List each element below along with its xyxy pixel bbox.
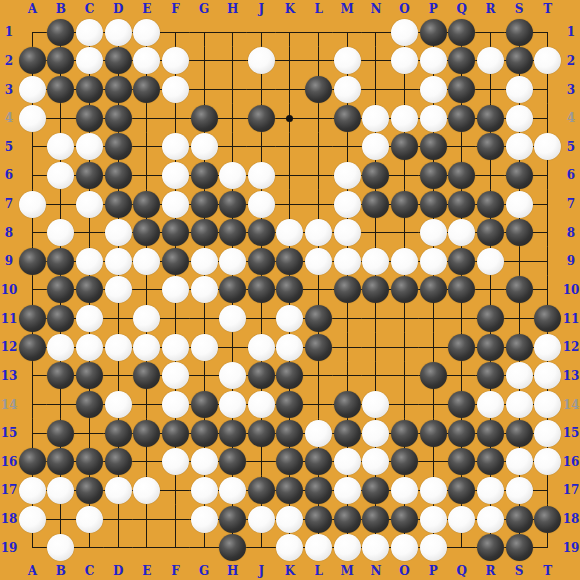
intersection-N8[interactable] <box>362 218 391 247</box>
intersection-A17[interactable] <box>18 476 47 505</box>
intersection-H9[interactable] <box>218 247 247 276</box>
intersection-F13[interactable] <box>161 362 190 391</box>
intersection-L13[interactable] <box>304 362 333 391</box>
intersection-S10[interactable] <box>505 276 534 305</box>
intersection-P1[interactable] <box>419 18 448 47</box>
intersection-E18[interactable] <box>133 505 162 534</box>
intersection-P9[interactable] <box>419 247 448 276</box>
intersection-O1[interactable] <box>390 18 419 47</box>
intersection-S1[interactable] <box>505 18 534 47</box>
intersection-C17[interactable] <box>75 476 104 505</box>
intersection-D4[interactable] <box>104 104 133 133</box>
intersection-D5[interactable] <box>104 133 133 162</box>
intersection-G15[interactable] <box>190 419 219 448</box>
intersection-A3[interactable] <box>18 75 47 104</box>
intersection-Q4[interactable] <box>447 104 476 133</box>
intersection-T10[interactable] <box>533 276 562 305</box>
intersection-M16[interactable] <box>333 447 362 476</box>
intersection-J10[interactable] <box>247 276 276 305</box>
intersection-R9[interactable] <box>476 247 505 276</box>
intersection-R5[interactable] <box>476 133 505 162</box>
intersection-B17[interactable] <box>47 476 76 505</box>
intersection-O13[interactable] <box>390 362 419 391</box>
intersection-E12[interactable] <box>133 333 162 362</box>
intersection-S19[interactable] <box>505 533 534 562</box>
intersection-K13[interactable] <box>276 362 305 391</box>
intersection-T2[interactable] <box>533 47 562 76</box>
intersection-G18[interactable] <box>190 505 219 534</box>
intersection-D3[interactable] <box>104 75 133 104</box>
intersection-A10[interactable] <box>18 276 47 305</box>
intersection-K9[interactable] <box>276 247 305 276</box>
intersection-L19[interactable] <box>304 533 333 562</box>
intersection-M8[interactable] <box>333 218 362 247</box>
intersection-S9[interactable] <box>505 247 534 276</box>
intersection-T6[interactable] <box>533 161 562 190</box>
intersection-C9[interactable] <box>75 247 104 276</box>
intersection-L6[interactable] <box>304 161 333 190</box>
intersection-G8[interactable] <box>190 218 219 247</box>
intersection-O8[interactable] <box>390 218 419 247</box>
intersection-T16[interactable] <box>533 447 562 476</box>
intersection-S2[interactable] <box>505 47 534 76</box>
intersection-P14[interactable] <box>419 390 448 419</box>
intersection-E6[interactable] <box>133 161 162 190</box>
intersection-H14[interactable] <box>218 390 247 419</box>
intersection-R17[interactable] <box>476 476 505 505</box>
intersection-J15[interactable] <box>247 419 276 448</box>
intersection-F8[interactable] <box>161 218 190 247</box>
intersection-F18[interactable] <box>161 505 190 534</box>
intersection-N11[interactable] <box>362 304 391 333</box>
intersection-O17[interactable] <box>390 476 419 505</box>
intersection-D19[interactable] <box>104 533 133 562</box>
intersection-T12[interactable] <box>533 333 562 362</box>
intersection-J11[interactable] <box>247 304 276 333</box>
intersection-D6[interactable] <box>104 161 133 190</box>
intersection-F5[interactable] <box>161 133 190 162</box>
intersection-B18[interactable] <box>47 505 76 534</box>
intersection-L10[interactable] <box>304 276 333 305</box>
intersection-O14[interactable] <box>390 390 419 419</box>
intersection-E5[interactable] <box>133 133 162 162</box>
intersection-K14[interactable] <box>276 390 305 419</box>
intersection-J7[interactable] <box>247 190 276 219</box>
intersection-C8[interactable] <box>75 218 104 247</box>
intersection-B11[interactable] <box>47 304 76 333</box>
intersection-M14[interactable] <box>333 390 362 419</box>
intersection-R14[interactable] <box>476 390 505 419</box>
intersection-L9[interactable] <box>304 247 333 276</box>
intersection-C13[interactable] <box>75 362 104 391</box>
intersection-F3[interactable] <box>161 75 190 104</box>
intersection-D15[interactable] <box>104 419 133 448</box>
intersection-S7[interactable] <box>505 190 534 219</box>
intersection-E16[interactable] <box>133 447 162 476</box>
intersection-O18[interactable] <box>390 505 419 534</box>
intersection-K5[interactable] <box>276 133 305 162</box>
intersection-E10[interactable] <box>133 276 162 305</box>
intersection-O10[interactable] <box>390 276 419 305</box>
intersection-B4[interactable] <box>47 104 76 133</box>
intersection-K8[interactable] <box>276 218 305 247</box>
intersection-G17[interactable] <box>190 476 219 505</box>
intersection-H2[interactable] <box>218 47 247 76</box>
intersection-R12[interactable] <box>476 333 505 362</box>
intersection-J9[interactable] <box>247 247 276 276</box>
intersection-A11[interactable] <box>18 304 47 333</box>
intersection-J3[interactable] <box>247 75 276 104</box>
intersection-E3[interactable] <box>133 75 162 104</box>
intersection-G14[interactable] <box>190 390 219 419</box>
intersection-Q17[interactable] <box>447 476 476 505</box>
intersection-M6[interactable] <box>333 161 362 190</box>
intersection-A19[interactable] <box>18 533 47 562</box>
intersection-S16[interactable] <box>505 447 534 476</box>
intersection-G16[interactable] <box>190 447 219 476</box>
intersection-O7[interactable] <box>390 190 419 219</box>
intersection-R3[interactable] <box>476 75 505 104</box>
intersection-R8[interactable] <box>476 218 505 247</box>
intersection-J6[interactable] <box>247 161 276 190</box>
intersection-T18[interactable] <box>533 505 562 534</box>
intersection-R10[interactable] <box>476 276 505 305</box>
intersection-T8[interactable] <box>533 218 562 247</box>
intersection-Q18[interactable] <box>447 505 476 534</box>
intersection-G7[interactable] <box>190 190 219 219</box>
intersection-J14[interactable] <box>247 390 276 419</box>
intersection-B5[interactable] <box>47 133 76 162</box>
intersection-R16[interactable] <box>476 447 505 476</box>
intersection-F14[interactable] <box>161 390 190 419</box>
intersection-S14[interactable] <box>505 390 534 419</box>
intersection-E7[interactable] <box>133 190 162 219</box>
intersection-T11[interactable] <box>533 304 562 333</box>
intersection-D9[interactable] <box>104 247 133 276</box>
intersection-T13[interactable] <box>533 362 562 391</box>
intersection-Q14[interactable] <box>447 390 476 419</box>
intersection-N1[interactable] <box>362 18 391 47</box>
intersection-Q6[interactable] <box>447 161 476 190</box>
intersection-G5[interactable] <box>190 133 219 162</box>
intersection-O15[interactable] <box>390 419 419 448</box>
intersection-O11[interactable] <box>390 304 419 333</box>
intersection-D12[interactable] <box>104 333 133 362</box>
intersection-F7[interactable] <box>161 190 190 219</box>
intersection-O5[interactable] <box>390 133 419 162</box>
intersection-S12[interactable] <box>505 333 534 362</box>
intersection-M17[interactable] <box>333 476 362 505</box>
intersection-N17[interactable] <box>362 476 391 505</box>
intersection-C19[interactable] <box>75 533 104 562</box>
intersection-D10[interactable] <box>104 276 133 305</box>
intersection-O2[interactable] <box>390 47 419 76</box>
intersection-O9[interactable] <box>390 247 419 276</box>
intersection-Q3[interactable] <box>447 75 476 104</box>
intersection-B16[interactable] <box>47 447 76 476</box>
intersection-N3[interactable] <box>362 75 391 104</box>
intersection-P4[interactable] <box>419 104 448 133</box>
intersection-D17[interactable] <box>104 476 133 505</box>
intersection-A2[interactable] <box>18 47 47 76</box>
intersection-K11[interactable] <box>276 304 305 333</box>
intersection-K19[interactable] <box>276 533 305 562</box>
intersection-P8[interactable] <box>419 218 448 247</box>
intersection-T15[interactable] <box>533 419 562 448</box>
intersection-M7[interactable] <box>333 190 362 219</box>
intersection-L4[interactable] <box>304 104 333 133</box>
intersection-N5[interactable] <box>362 133 391 162</box>
intersection-B9[interactable] <box>47 247 76 276</box>
intersection-G2[interactable] <box>190 47 219 76</box>
intersection-B1[interactable] <box>47 18 76 47</box>
intersection-K7[interactable] <box>276 190 305 219</box>
intersection-D7[interactable] <box>104 190 133 219</box>
intersection-G11[interactable] <box>190 304 219 333</box>
intersection-P13[interactable] <box>419 362 448 391</box>
intersection-T3[interactable] <box>533 75 562 104</box>
intersection-O19[interactable] <box>390 533 419 562</box>
intersection-B6[interactable] <box>47 161 76 190</box>
intersection-Q8[interactable] <box>447 218 476 247</box>
intersection-Q11[interactable] <box>447 304 476 333</box>
intersection-E19[interactable] <box>133 533 162 562</box>
intersection-H18[interactable] <box>218 505 247 534</box>
intersection-N7[interactable] <box>362 190 391 219</box>
intersection-J5[interactable] <box>247 133 276 162</box>
intersection-H17[interactable] <box>218 476 247 505</box>
intersection-O12[interactable] <box>390 333 419 362</box>
intersection-K2[interactable] <box>276 47 305 76</box>
intersection-E17[interactable] <box>133 476 162 505</box>
intersection-K12[interactable] <box>276 333 305 362</box>
intersection-K16[interactable] <box>276 447 305 476</box>
intersection-P19[interactable] <box>419 533 448 562</box>
intersection-N19[interactable] <box>362 533 391 562</box>
intersection-B13[interactable] <box>47 362 76 391</box>
intersection-G10[interactable] <box>190 276 219 305</box>
intersection-A18[interactable] <box>18 505 47 534</box>
intersection-Q15[interactable] <box>447 419 476 448</box>
intersection-T14[interactable] <box>533 390 562 419</box>
intersection-P2[interactable] <box>419 47 448 76</box>
intersection-F2[interactable] <box>161 47 190 76</box>
intersection-P3[interactable] <box>419 75 448 104</box>
intersection-K10[interactable] <box>276 276 305 305</box>
intersection-F11[interactable] <box>161 304 190 333</box>
intersection-N18[interactable] <box>362 505 391 534</box>
intersection-J16[interactable] <box>247 447 276 476</box>
intersection-L15[interactable] <box>304 419 333 448</box>
intersection-F17[interactable] <box>161 476 190 505</box>
intersection-D13[interactable] <box>104 362 133 391</box>
intersection-P5[interactable] <box>419 133 448 162</box>
intersection-F16[interactable] <box>161 447 190 476</box>
intersection-D14[interactable] <box>104 390 133 419</box>
intersection-S4[interactable] <box>505 104 534 133</box>
intersection-A16[interactable] <box>18 447 47 476</box>
intersection-N10[interactable] <box>362 276 391 305</box>
intersection-C12[interactable] <box>75 333 104 362</box>
intersection-H5[interactable] <box>218 133 247 162</box>
intersection-G19[interactable] <box>190 533 219 562</box>
intersection-R2[interactable] <box>476 47 505 76</box>
intersection-H4[interactable] <box>218 104 247 133</box>
intersection-P6[interactable] <box>419 161 448 190</box>
intersection-O6[interactable] <box>390 161 419 190</box>
intersection-J13[interactable] <box>247 362 276 391</box>
intersection-B10[interactable] <box>47 276 76 305</box>
intersection-P16[interactable] <box>419 447 448 476</box>
intersection-N6[interactable] <box>362 161 391 190</box>
intersection-N13[interactable] <box>362 362 391 391</box>
intersection-H13[interactable] <box>218 362 247 391</box>
intersection-F15[interactable] <box>161 419 190 448</box>
intersection-L18[interactable] <box>304 505 333 534</box>
intersection-J2[interactable] <box>247 47 276 76</box>
intersection-C14[interactable] <box>75 390 104 419</box>
intersection-C2[interactable] <box>75 47 104 76</box>
intersection-A14[interactable] <box>18 390 47 419</box>
intersection-G12[interactable] <box>190 333 219 362</box>
intersection-M9[interactable] <box>333 247 362 276</box>
intersection-T1[interactable] <box>533 18 562 47</box>
intersection-G13[interactable] <box>190 362 219 391</box>
intersection-K1[interactable] <box>276 18 305 47</box>
intersection-M19[interactable] <box>333 533 362 562</box>
intersection-K3[interactable] <box>276 75 305 104</box>
intersection-C5[interactable] <box>75 133 104 162</box>
intersection-F1[interactable] <box>161 18 190 47</box>
intersection-M4[interactable] <box>333 104 362 133</box>
intersection-F12[interactable] <box>161 333 190 362</box>
intersection-J1[interactable] <box>247 18 276 47</box>
intersection-B19[interactable] <box>47 533 76 562</box>
intersection-R15[interactable] <box>476 419 505 448</box>
intersection-H3[interactable] <box>218 75 247 104</box>
intersection-N9[interactable] <box>362 247 391 276</box>
intersection-N14[interactable] <box>362 390 391 419</box>
intersection-E11[interactable] <box>133 304 162 333</box>
intersection-P15[interactable] <box>419 419 448 448</box>
intersection-M13[interactable] <box>333 362 362 391</box>
intersection-A8[interactable] <box>18 218 47 247</box>
intersection-E9[interactable] <box>133 247 162 276</box>
intersection-K18[interactable] <box>276 505 305 534</box>
intersection-P12[interactable] <box>419 333 448 362</box>
intersection-J8[interactable] <box>247 218 276 247</box>
intersection-S5[interactable] <box>505 133 534 162</box>
intersection-H6[interactable] <box>218 161 247 190</box>
intersection-L8[interactable] <box>304 218 333 247</box>
intersection-B12[interactable] <box>47 333 76 362</box>
intersection-E1[interactable] <box>133 18 162 47</box>
intersection-A12[interactable] <box>18 333 47 362</box>
intersection-G4[interactable] <box>190 104 219 133</box>
intersection-Q13[interactable] <box>447 362 476 391</box>
intersection-R4[interactable] <box>476 104 505 133</box>
intersection-P17[interactable] <box>419 476 448 505</box>
intersection-M11[interactable] <box>333 304 362 333</box>
intersection-L14[interactable] <box>304 390 333 419</box>
intersection-S17[interactable] <box>505 476 534 505</box>
intersection-C11[interactable] <box>75 304 104 333</box>
intersection-A15[interactable] <box>18 419 47 448</box>
intersection-R11[interactable] <box>476 304 505 333</box>
intersection-F9[interactable] <box>161 247 190 276</box>
intersection-G9[interactable] <box>190 247 219 276</box>
intersection-J19[interactable] <box>247 533 276 562</box>
intersection-B2[interactable] <box>47 47 76 76</box>
intersection-Q7[interactable] <box>447 190 476 219</box>
intersection-A5[interactable] <box>18 133 47 162</box>
intersection-D16[interactable] <box>104 447 133 476</box>
intersection-S15[interactable] <box>505 419 534 448</box>
intersection-R13[interactable] <box>476 362 505 391</box>
intersection-K17[interactable] <box>276 476 305 505</box>
intersection-D11[interactable] <box>104 304 133 333</box>
intersection-F4[interactable] <box>161 104 190 133</box>
intersection-P10[interactable] <box>419 276 448 305</box>
intersection-D8[interactable] <box>104 218 133 247</box>
intersection-E14[interactable] <box>133 390 162 419</box>
intersection-A6[interactable] <box>18 161 47 190</box>
intersection-Q12[interactable] <box>447 333 476 362</box>
intersection-B7[interactable] <box>47 190 76 219</box>
intersection-J4[interactable] <box>247 104 276 133</box>
intersection-N4[interactable] <box>362 104 391 133</box>
intersection-L7[interactable] <box>304 190 333 219</box>
intersection-M18[interactable] <box>333 505 362 534</box>
intersection-H15[interactable] <box>218 419 247 448</box>
intersection-A7[interactable] <box>18 190 47 219</box>
intersection-C6[interactable] <box>75 161 104 190</box>
intersection-C7[interactable] <box>75 190 104 219</box>
intersection-M5[interactable] <box>333 133 362 162</box>
intersection-H11[interactable] <box>218 304 247 333</box>
intersection-L5[interactable] <box>304 133 333 162</box>
intersection-M1[interactable] <box>333 18 362 47</box>
intersection-T7[interactable] <box>533 190 562 219</box>
intersection-C3[interactable] <box>75 75 104 104</box>
intersection-T9[interactable] <box>533 247 562 276</box>
intersection-J17[interactable] <box>247 476 276 505</box>
intersection-R1[interactable] <box>476 18 505 47</box>
intersection-C16[interactable] <box>75 447 104 476</box>
intersection-H8[interactable] <box>218 218 247 247</box>
intersection-O3[interactable] <box>390 75 419 104</box>
intersection-L17[interactable] <box>304 476 333 505</box>
intersection-H19[interactable] <box>218 533 247 562</box>
intersection-H7[interactable] <box>218 190 247 219</box>
intersection-O16[interactable] <box>390 447 419 476</box>
intersection-D18[interactable] <box>104 505 133 534</box>
intersection-S6[interactable] <box>505 161 534 190</box>
intersection-L3[interactable] <box>304 75 333 104</box>
intersection-Q1[interactable] <box>447 18 476 47</box>
intersection-M10[interactable] <box>333 276 362 305</box>
intersection-L11[interactable] <box>304 304 333 333</box>
intersection-E13[interactable] <box>133 362 162 391</box>
intersection-F10[interactable] <box>161 276 190 305</box>
intersection-T4[interactable] <box>533 104 562 133</box>
intersection-T5[interactable] <box>533 133 562 162</box>
intersection-B15[interactable] <box>47 419 76 448</box>
intersection-C10[interactable] <box>75 276 104 305</box>
intersection-R6[interactable] <box>476 161 505 190</box>
intersection-K6[interactable] <box>276 161 305 190</box>
intersection-H10[interactable] <box>218 276 247 305</box>
